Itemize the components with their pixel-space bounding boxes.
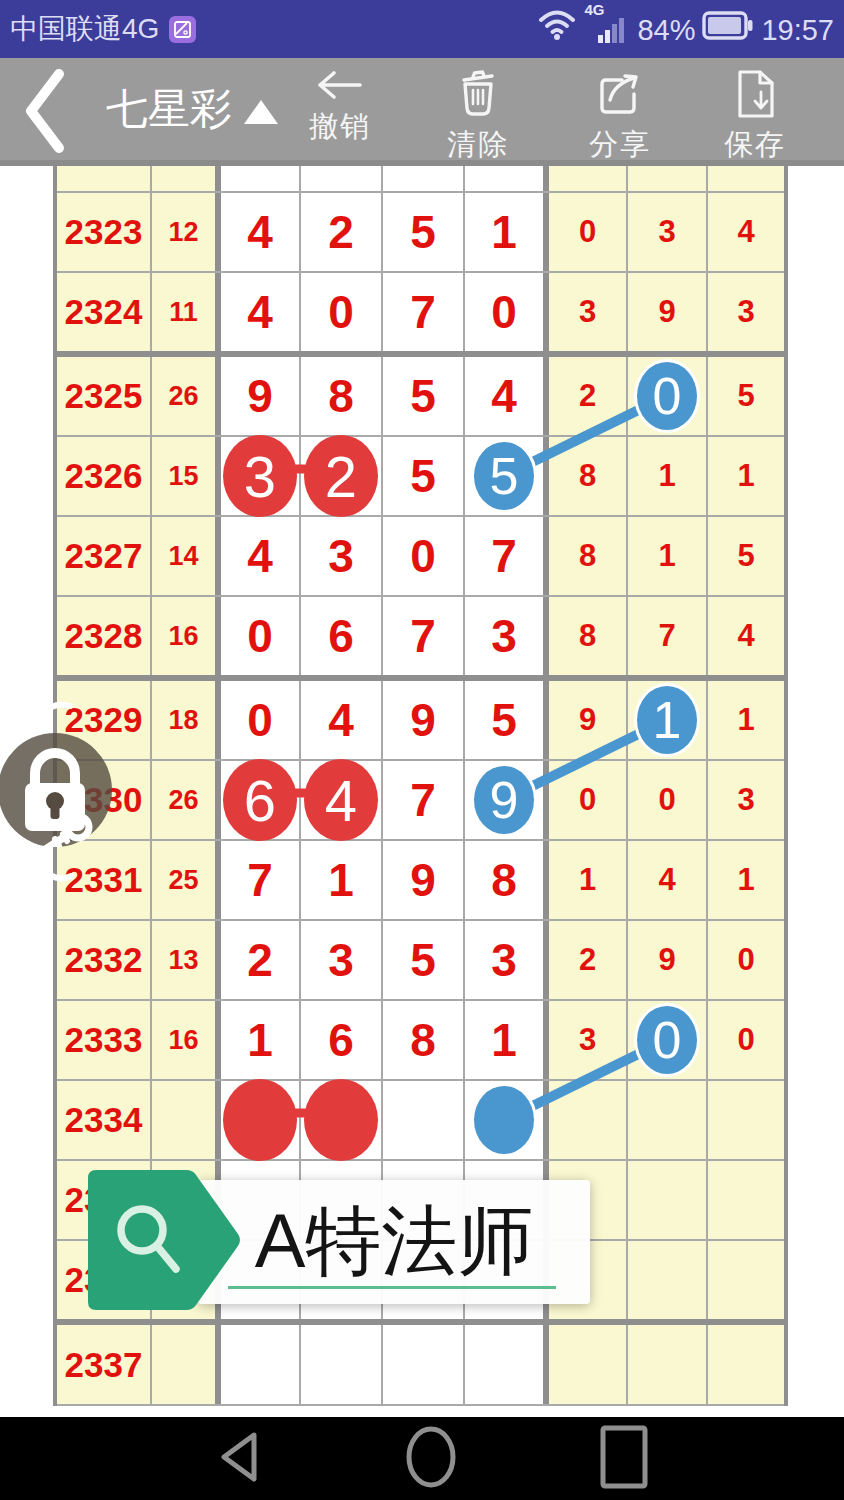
watermark-text: A特法师 [255,1191,534,1294]
screenshot-notification-icon [169,16,196,43]
period-cell: 2337 [57,1325,152,1404]
page-title: 七星彩 [106,81,232,137]
trend-chart-area: 2323124251034232411407039323252698542052… [0,166,844,1417]
extra-digit-cell[interactable]: 7 [628,597,708,675]
main-digit-cell[interactable]: 5 [383,357,465,435]
main-digit-cell[interactable] [215,1325,301,1404]
hits-cell [152,1081,215,1159]
hits-cell: 26 [152,357,215,435]
extra-digit-cell[interactable] [628,166,708,191]
table-row: 2332132353290 [57,921,784,1001]
table-row: 2324114070393 [57,273,784,357]
extra-digit-cell[interactable]: 0 [708,1001,784,1079]
period-cell: 2334 [57,1081,152,1159]
extra-digit-cell[interactable]: 8 [543,437,628,515]
red-mark-circle[interactable] [223,1079,297,1161]
main-digit-cell[interactable]: 3 [301,921,383,999]
extra-digit-cell[interactable] [628,1325,708,1404]
extra-digit-cell[interactable] [708,166,784,191]
main-digit-cell[interactable]: 7 [215,841,301,919]
nav-recents-button[interactable] [584,1417,664,1500]
table-row: 2326153255811 [57,437,784,517]
extra-digit-cell[interactable] [708,1161,784,1239]
table-row: 2330266479003 [57,761,784,841]
main-digit-cell[interactable] [383,1081,465,1159]
main-digit-cell[interactable]: 5 [383,437,465,515]
red-mark-circle[interactable]: 2 [304,435,378,517]
app-screen: 中国联通4G 4G [0,0,844,1500]
period-cell: 2328 [57,597,152,675]
blue-mark-circle[interactable]: 9 [471,763,537,837]
main-digit-cell[interactable]: 4 [465,357,543,435]
extra-digit-cell[interactable]: 9 [628,921,708,999]
main-digit-cell[interactable] [465,166,543,191]
extra-digit-cell[interactable]: 2 [543,357,628,435]
extra-digit-cell[interactable]: 3 [543,1001,628,1079]
undo-button[interactable]: 撤销 [285,58,395,160]
widget-arc-mark [40,864,74,890]
wifi-icon [537,7,577,45]
clear-button[interactable]: 清除 [423,58,533,160]
search-tag [84,1166,254,1318]
extra-digit-cell[interactable]: 3 [543,273,628,351]
extra-digit-cell[interactable]: 9 [543,681,628,759]
table-row: 2328160673874 [57,597,784,681]
app-toolbar: 七星彩 撤销 清除 [0,58,844,166]
main-digit-cell[interactable]: 7 [465,517,543,595]
recents-square-icon [598,1424,650,1493]
main-digit-cell[interactable]: 2 [215,921,301,999]
battery-icon [702,10,754,45]
red-mark-circle[interactable]: 3 [223,435,297,517]
extra-digit-cell[interactable] [543,1081,628,1159]
extra-digit-cell[interactable] [543,1325,628,1404]
main-digit-cell[interactable] [383,1325,465,1404]
main-digit-cell[interactable]: 5 [383,921,465,999]
main-digit-cell[interactable]: 5 [465,681,543,759]
main-digit-cell[interactable] [465,1325,543,1404]
extra-digit-cell[interactable] [708,1241,784,1319]
hits-cell [152,1325,215,1404]
hits-cell: 18 [152,681,215,759]
table-row: 2334 [57,1081,784,1161]
extra-digit-cell[interactable]: 5 [708,517,784,595]
blue-mark-circle[interactable]: 1 [634,683,700,757]
signal-strength-icon: 4G [584,5,630,45]
extra-digit-cell[interactable]: 4 [628,841,708,919]
nav-back-button[interactable] [199,1417,279,1500]
extra-digit-cell[interactable]: 3 [708,273,784,351]
status-bar: 中国联通4G 4G [0,0,844,58]
hits-cell: 12 [152,193,215,271]
back-triangle-icon [214,1429,264,1488]
main-digit-cell[interactable]: 1 [465,1001,543,1079]
main-digit-cell[interactable]: 0 [383,517,465,595]
main-digit-cell[interactable]: 0 [465,273,543,351]
table-row: 2327144307815 [57,517,784,597]
clock-label: 19:57 [761,15,834,45]
main-digit-cell[interactable] [301,1325,383,1404]
main-digit-cell[interactable]: 9 [383,841,465,919]
back-button[interactable] [16,68,72,154]
android-nav-bar [0,1417,844,1500]
extra-digit-cell[interactable]: 4 [708,193,784,271]
extra-digit-cell[interactable] [708,1081,784,1159]
main-digit-cell[interactable]: 4 [215,517,301,595]
undo-arrow-icon [315,58,365,103]
hits-cell: 25 [152,841,215,919]
main-digit-cell[interactable]: 4 [215,193,301,271]
extra-digit-cell[interactable]: 3 [628,193,708,271]
hits-cell: 26 [152,761,215,839]
widget-arc-mark [40,698,74,724]
dropdown-up-triangle-icon [244,100,278,124]
period-cell: 2326 [57,437,152,515]
trash-icon [456,58,500,121]
share-button[interactable]: 分享 [565,58,675,160]
extra-digit-cell[interactable]: 0 [708,921,784,999]
period-cell: 2323 [57,193,152,271]
table-row: 2337 [57,1325,784,1406]
period-cell [57,166,152,191]
hits-cell: 13 [152,921,215,999]
main-digit-cell[interactable]: 3 [465,597,543,675]
game-selector-dropdown[interactable]: 七星彩 [100,58,284,160]
main-digit-cell[interactable]: 7 [383,761,465,839]
extra-digit-cell[interactable]: 0 [628,761,708,839]
period-cell: 2324 [57,273,152,351]
extra-digit-cell[interactable]: 3 [708,761,784,839]
main-digit-cell[interactable]: 6 [301,597,383,675]
main-digit-cell[interactable]: 1 [215,1001,301,1079]
back-chevron-icon [21,142,67,157]
main-digit-cell[interactable]: 1 [465,193,543,271]
main-digit-cell[interactable]: 6 [301,1001,383,1079]
red-dash-connector [292,789,309,798]
main-digit-cell[interactable]: 3 [465,921,543,999]
red-mark-circle[interactable]: 6 [223,759,297,841]
main-digit-cell[interactable]: 8 [301,357,383,435]
main-digit-cell[interactable] [383,166,465,191]
main-digit-cell[interactable]: 7 [383,597,465,675]
main-digit-cell[interactable]: 9 [383,681,465,759]
main-digit-cell[interactable] [301,166,383,191]
extra-digit-cell[interactable] [628,1241,708,1319]
extra-digit-cell[interactable]: 9 [628,273,708,351]
save-file-icon [734,58,776,121]
extra-digit-cell[interactable]: 1 [708,841,784,919]
main-digit-cell[interactable]: 3 [301,517,383,595]
hits-cell: 16 [152,1001,215,1079]
main-digit-cell[interactable]: 8 [465,841,543,919]
extra-digit-cell[interactable]: 1 [628,517,708,595]
hits-cell: 11 [152,273,215,351]
main-digit-cell[interactable]: 0 [215,597,301,675]
extra-digit-cell[interactable] [543,166,628,191]
hits-cell [152,166,215,191]
main-digit-cell[interactable]: 7 [383,273,465,351]
main-digit-cell[interactable]: 2 [301,193,383,271]
main-digit-cell[interactable]: 1 [301,841,383,919]
red-mark-circle[interactable] [304,1079,378,1161]
main-digit-cell[interactable] [215,166,301,191]
table-row: 2331257198141 [57,841,784,921]
main-digit-cell[interactable]: 0 [215,681,301,759]
red-dash-connector [292,465,309,474]
red-dash-connector [292,1109,309,1118]
carrier-label: 中国联通4G [10,10,159,48]
extra-digit-cell[interactable]: 1 [628,437,708,515]
main-digit-cell[interactable]: 4 [215,273,301,351]
screen-lock-float-button[interactable] [0,733,112,847]
period-cell: 2332 [57,921,152,999]
blue-mark-circle[interactable] [471,1083,537,1157]
hits-cell: 16 [152,597,215,675]
main-digit-cell[interactable]: 9 [215,357,301,435]
period-cell: 2333 [57,1001,152,1079]
extra-digit-cell[interactable]: 0 [543,761,628,839]
table-row: 2323124251034 [57,193,784,273]
blue-mark-circle[interactable]: 0 [634,1003,700,1077]
extra-digit-cell[interactable]: 4 [708,597,784,675]
hits-cell: 15 [152,437,215,515]
main-digit-cell[interactable]: 0 [301,273,383,351]
period-cell: 2325 [57,357,152,435]
hits-cell: 14 [152,517,215,595]
main-digit-cell[interactable]: 8 [383,1001,465,1079]
extra-digit-cell[interactable] [628,1161,708,1239]
share-icon [596,58,644,121]
table-row [57,166,784,193]
nav-home-button[interactable] [391,1417,471,1500]
period-cell: 2327 [57,517,152,595]
extra-digit-cell[interactable]: 2 [543,921,628,999]
battery-percent-label: 84% [637,15,695,45]
red-mark-circle[interactable]: 4 [304,759,378,841]
extra-digit-cell[interactable]: 0 [543,193,628,271]
home-circle-icon [403,1424,459,1493]
extra-digit-cell[interactable]: 1 [708,681,784,759]
extra-digit-cell[interactable]: 1 [543,841,628,919]
extra-digit-cell[interactable] [708,1325,784,1404]
extra-digit-cell[interactable]: 1 [708,437,784,515]
blue-mark-circle[interactable]: 5 [471,439,537,513]
watermark-underline [228,1286,556,1289]
main-digit-cell[interactable]: 4 [301,681,383,759]
main-digit-cell[interactable]: 5 [383,193,465,271]
extra-digit-cell[interactable]: 8 [543,517,628,595]
extra-digit-cell[interactable]: 5 [708,357,784,435]
blue-mark-circle[interactable]: 0 [634,359,700,433]
extra-digit-cell[interactable] [628,1081,708,1159]
save-button[interactable]: 保存 [700,58,810,160]
extra-digit-cell[interactable]: 8 [543,597,628,675]
